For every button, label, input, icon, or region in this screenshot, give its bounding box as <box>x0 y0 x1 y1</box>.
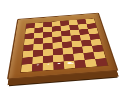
front-rank-speck <box>67 62 71 64</box>
square-r7c0-light[interactable] <box>21 64 32 72</box>
square-r7c2-light[interactable] <box>43 62 54 70</box>
square-r7c7-dark[interactable] <box>95 58 108 66</box>
board-screenshot <box>0 0 120 89</box>
square-r7c1-dark[interactable] <box>32 63 43 71</box>
square-r7c3-dark[interactable] <box>53 61 64 69</box>
checkerboard-grid <box>20 18 108 73</box>
front-rank-speck <box>47 63 49 64</box>
front-rank-speck <box>57 63 60 65</box>
wooden-board-frame <box>7 13 119 80</box>
front-rank-speck <box>36 64 38 65</box>
